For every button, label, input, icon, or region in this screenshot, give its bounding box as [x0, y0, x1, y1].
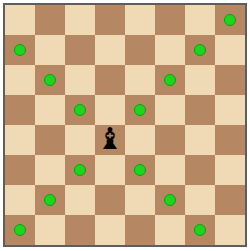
square-b5[interactable]: [35, 95, 65, 125]
board-frame: ♝: [3, 3, 247, 247]
legal-move-dot[interactable]: [14, 44, 26, 56]
square-g8[interactable]: [185, 5, 215, 35]
square-c4[interactable]: [65, 125, 95, 155]
square-c6[interactable]: [65, 65, 95, 95]
legal-move-dot[interactable]: [74, 164, 86, 176]
square-g5[interactable]: [185, 95, 215, 125]
square-e4[interactable]: [125, 125, 155, 155]
square-e7[interactable]: [125, 35, 155, 65]
legal-move-dot[interactable]: [134, 104, 146, 116]
square-f3[interactable]: [155, 155, 185, 185]
square-f8[interactable]: [155, 5, 185, 35]
legal-move-dot[interactable]: [44, 194, 56, 206]
square-g3[interactable]: [185, 155, 215, 185]
legal-move-dot[interactable]: [74, 104, 86, 116]
square-a3[interactable]: [5, 155, 35, 185]
square-c5[interactable]: [65, 95, 95, 125]
square-a6[interactable]: [5, 65, 35, 95]
square-b7[interactable]: [35, 35, 65, 65]
square-e1[interactable]: [125, 215, 155, 245]
square-c7[interactable]: [65, 35, 95, 65]
square-e6[interactable]: [125, 65, 155, 95]
square-d6[interactable]: [95, 65, 125, 95]
square-g2[interactable]: [185, 185, 215, 215]
square-f1[interactable]: [155, 215, 185, 245]
legal-move-dot[interactable]: [194, 224, 206, 236]
square-c8[interactable]: [65, 5, 95, 35]
square-b6[interactable]: [35, 65, 65, 95]
square-a5[interactable]: [5, 95, 35, 125]
square-h4[interactable]: [215, 125, 245, 155]
square-h2[interactable]: [215, 185, 245, 215]
square-e2[interactable]: [125, 185, 155, 215]
square-c2[interactable]: [65, 185, 95, 215]
square-f2[interactable]: [155, 185, 185, 215]
square-h8[interactable]: [215, 5, 245, 35]
square-b1[interactable]: [35, 215, 65, 245]
square-h7[interactable]: [215, 35, 245, 65]
legal-move-dot[interactable]: [224, 14, 236, 26]
square-b3[interactable]: [35, 155, 65, 185]
square-h1[interactable]: [215, 215, 245, 245]
chess-board: ♝: [5, 5, 245, 245]
square-a2[interactable]: [5, 185, 35, 215]
square-d7[interactable]: [95, 35, 125, 65]
square-g7[interactable]: [185, 35, 215, 65]
square-c3[interactable]: [65, 155, 95, 185]
square-f6[interactable]: [155, 65, 185, 95]
square-d3[interactable]: [95, 155, 125, 185]
legal-move-dot[interactable]: [164, 74, 176, 86]
square-d2[interactable]: [95, 185, 125, 215]
square-b4[interactable]: [35, 125, 65, 155]
square-c1[interactable]: [65, 215, 95, 245]
square-b8[interactable]: [35, 5, 65, 35]
legal-move-dot[interactable]: [44, 74, 56, 86]
square-g4[interactable]: [185, 125, 215, 155]
square-a7[interactable]: [5, 35, 35, 65]
square-e8[interactable]: [125, 5, 155, 35]
square-a1[interactable]: [5, 215, 35, 245]
square-h6[interactable]: [215, 65, 245, 95]
square-f4[interactable]: [155, 125, 185, 155]
square-e3[interactable]: [125, 155, 155, 185]
square-a8[interactable]: [5, 5, 35, 35]
square-d4[interactable]: ♝: [95, 125, 125, 155]
legal-move-dot[interactable]: [164, 194, 176, 206]
legal-move-dot[interactable]: [194, 44, 206, 56]
square-h5[interactable]: [215, 95, 245, 125]
legal-move-dot[interactable]: [134, 164, 146, 176]
square-g1[interactable]: [185, 215, 215, 245]
square-f7[interactable]: [155, 35, 185, 65]
square-h3[interactable]: [215, 155, 245, 185]
legal-move-dot[interactable]: [14, 224, 26, 236]
square-a4[interactable]: [5, 125, 35, 155]
black-bishop-piece[interactable]: ♝: [97, 124, 124, 154]
square-f5[interactable]: [155, 95, 185, 125]
square-g6[interactable]: [185, 65, 215, 95]
square-e5[interactable]: [125, 95, 155, 125]
square-d8[interactable]: [95, 5, 125, 35]
square-d1[interactable]: [95, 215, 125, 245]
square-b2[interactable]: [35, 185, 65, 215]
